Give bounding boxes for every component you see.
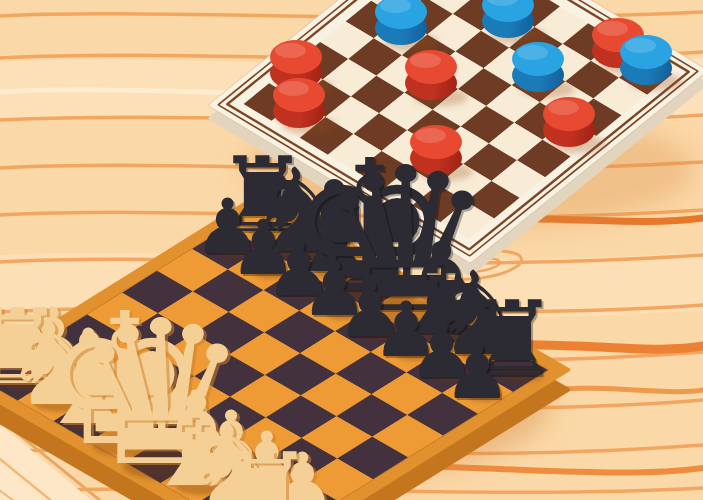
- checker-blue[interactable]: [482, 0, 534, 38]
- checker-red[interactable]: [543, 97, 595, 147]
- illustration-stage: ♜♞♝♚♛♝♞♜♟♟♟♟♟♟♟♟♟♟♟♟♟♟♟♟♜♞♝♚♛♝♞♜: [0, 0, 703, 500]
- checker-blue[interactable]: [375, 0, 427, 45]
- chess-piece-black-pawn[interactable]: ♟: [443, 334, 511, 410]
- chess-piece-white-rook[interactable]: ♜: [221, 440, 314, 500]
- checker-blue[interactable]: [620, 35, 672, 85]
- checker-red[interactable]: [405, 50, 457, 100]
- checker-blue[interactable]: [512, 42, 564, 92]
